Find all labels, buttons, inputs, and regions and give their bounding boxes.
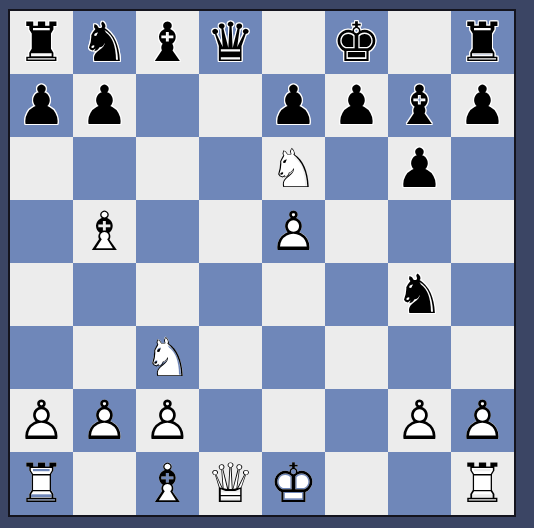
square-c1[interactable]: ♝♗ bbox=[136, 452, 199, 515]
square-e1[interactable]: ♚♔ bbox=[262, 452, 325, 515]
white-bishop[interactable]: ♝♗ bbox=[136, 452, 199, 515]
square-g5[interactable] bbox=[388, 200, 451, 263]
white-rook[interactable]: ♜♖ bbox=[451, 452, 514, 515]
black-rook[interactable]: ♜ bbox=[10, 11, 73, 74]
square-d2[interactable] bbox=[199, 389, 262, 452]
square-d3[interactable] bbox=[199, 326, 262, 389]
square-c5[interactable] bbox=[136, 200, 199, 263]
square-d7[interactable] bbox=[199, 74, 262, 137]
black-pawn[interactable]: ♟ bbox=[388, 137, 451, 200]
square-g8[interactable] bbox=[388, 11, 451, 74]
white-pawn[interactable]: ♟♙ bbox=[10, 389, 73, 452]
piece-outline-layer: ♖ bbox=[451, 452, 514, 515]
square-c3[interactable]: ♞♘ bbox=[136, 326, 199, 389]
square-f1[interactable] bbox=[325, 452, 388, 515]
square-a5[interactable] bbox=[10, 200, 73, 263]
square-e3[interactable] bbox=[262, 326, 325, 389]
square-f7[interactable]: ♟ bbox=[325, 74, 388, 137]
square-c4[interactable] bbox=[136, 263, 199, 326]
white-knight[interactable]: ♞♘ bbox=[262, 137, 325, 200]
square-d8[interactable]: ♛ bbox=[199, 11, 262, 74]
square-e7[interactable]: ♟ bbox=[262, 74, 325, 137]
black-pawn[interactable]: ♟ bbox=[451, 74, 514, 137]
piece-outline-layer: ♙ bbox=[262, 200, 325, 263]
white-pawn[interactable]: ♟♙ bbox=[451, 389, 514, 452]
piece-outline-layer: ♖ bbox=[10, 452, 73, 515]
piece-outline-layer: ♘ bbox=[262, 137, 325, 200]
square-d4[interactable] bbox=[199, 263, 262, 326]
square-e5[interactable]: ♟♙ bbox=[262, 200, 325, 263]
piece-outline-layer: ♘ bbox=[136, 326, 199, 389]
square-f2[interactable] bbox=[325, 389, 388, 452]
piece-outline-layer: ♙ bbox=[136, 389, 199, 452]
square-h6[interactable] bbox=[451, 137, 514, 200]
black-pawn[interactable]: ♟ bbox=[262, 74, 325, 137]
white-king[interactable]: ♚♔ bbox=[262, 452, 325, 515]
square-h1[interactable]: ♜♖ bbox=[451, 452, 514, 515]
square-a8[interactable]: ♜ bbox=[10, 11, 73, 74]
square-h2[interactable]: ♟♙ bbox=[451, 389, 514, 452]
square-c2[interactable]: ♟♙ bbox=[136, 389, 199, 452]
square-a1[interactable]: ♜♖ bbox=[10, 452, 73, 515]
piece-outline-layer: ♙ bbox=[73, 389, 136, 452]
white-queen[interactable]: ♛♕ bbox=[199, 452, 262, 515]
square-c7[interactable] bbox=[136, 74, 199, 137]
square-g6[interactable]: ♟ bbox=[388, 137, 451, 200]
square-a6[interactable] bbox=[10, 137, 73, 200]
square-g4[interactable]: ♞ bbox=[388, 263, 451, 326]
square-b8[interactable]: ♞ bbox=[73, 11, 136, 74]
white-knight[interactable]: ♞♘ bbox=[136, 326, 199, 389]
square-h3[interactable] bbox=[451, 326, 514, 389]
square-e4[interactable] bbox=[262, 263, 325, 326]
white-pawn[interactable]: ♟♙ bbox=[136, 389, 199, 452]
black-rook[interactable]: ♜ bbox=[451, 11, 514, 74]
square-h4[interactable] bbox=[451, 263, 514, 326]
piece-outline-layer: ♙ bbox=[10, 389, 73, 452]
square-f4[interactable] bbox=[325, 263, 388, 326]
piece-outline-layer: ♙ bbox=[451, 389, 514, 452]
chess-board-frame: ♜♞♝♛♚♜♟♟♟♟♝♟♞♘♟♝♗♟♙♞♞♘♟♙♟♙♟♙♟♙♟♙♜♖♝♗♛♕♚♔… bbox=[8, 9, 516, 517]
square-a7[interactable]: ♟ bbox=[10, 74, 73, 137]
square-d6[interactable] bbox=[199, 137, 262, 200]
square-e6[interactable]: ♞♘ bbox=[262, 137, 325, 200]
square-g7[interactable]: ♝ bbox=[388, 74, 451, 137]
square-b2[interactable]: ♟♙ bbox=[73, 389, 136, 452]
square-a3[interactable] bbox=[10, 326, 73, 389]
square-b5[interactable]: ♝♗ bbox=[73, 200, 136, 263]
piece-outline-layer: ♗ bbox=[136, 452, 199, 515]
square-b1[interactable] bbox=[73, 452, 136, 515]
chess-board: ♜♞♝♛♚♜♟♟♟♟♝♟♞♘♟♝♗♟♙♞♞♘♟♙♟♙♟♙♟♙♟♙♜♖♝♗♛♕♚♔… bbox=[10, 11, 514, 515]
piece-outline-layer: ♔ bbox=[262, 452, 325, 515]
square-d1[interactable]: ♛♕ bbox=[199, 452, 262, 515]
square-h5[interactable] bbox=[451, 200, 514, 263]
black-bishop[interactable]: ♝ bbox=[388, 74, 451, 137]
square-c6[interactable] bbox=[136, 137, 199, 200]
square-f8[interactable]: ♚ bbox=[325, 11, 388, 74]
white-bishop[interactable]: ♝♗ bbox=[73, 200, 136, 263]
square-b4[interactable] bbox=[73, 263, 136, 326]
square-h8[interactable]: ♜ bbox=[451, 11, 514, 74]
black-pawn[interactable]: ♟ bbox=[73, 74, 136, 137]
square-g2[interactable]: ♟♙ bbox=[388, 389, 451, 452]
square-f6[interactable] bbox=[325, 137, 388, 200]
white-pawn[interactable]: ♟♙ bbox=[388, 389, 451, 452]
piece-outline-layer: ♙ bbox=[388, 389, 451, 452]
black-king[interactable]: ♚ bbox=[325, 11, 388, 74]
black-queen[interactable]: ♛ bbox=[199, 11, 262, 74]
black-pawn[interactable]: ♟ bbox=[10, 74, 73, 137]
square-a2[interactable]: ♟♙ bbox=[10, 389, 73, 452]
square-g3[interactable] bbox=[388, 326, 451, 389]
square-e2[interactable] bbox=[262, 389, 325, 452]
piece-outline-layer: ♗ bbox=[73, 200, 136, 263]
black-pawn[interactable]: ♟ bbox=[325, 74, 388, 137]
square-e8[interactable] bbox=[262, 11, 325, 74]
square-c8[interactable]: ♝ bbox=[136, 11, 199, 74]
white-rook[interactable]: ♜♖ bbox=[10, 452, 73, 515]
white-pawn[interactable]: ♟♙ bbox=[262, 200, 325, 263]
square-f3[interactable] bbox=[325, 326, 388, 389]
square-b7[interactable]: ♟ bbox=[73, 74, 136, 137]
square-a4[interactable] bbox=[10, 263, 73, 326]
black-knight[interactable]: ♞ bbox=[73, 11, 136, 74]
piece-outline-layer: ♕ bbox=[199, 452, 262, 515]
square-b3[interactable] bbox=[73, 326, 136, 389]
square-d5[interactable] bbox=[199, 200, 262, 263]
square-b6[interactable] bbox=[73, 137, 136, 200]
white-pawn[interactable]: ♟♙ bbox=[73, 389, 136, 452]
square-h7[interactable]: ♟ bbox=[451, 74, 514, 137]
square-g1[interactable] bbox=[388, 452, 451, 515]
black-knight[interactable]: ♞ bbox=[388, 263, 451, 326]
black-bishop[interactable]: ♝ bbox=[136, 11, 199, 74]
square-f5[interactable] bbox=[325, 200, 388, 263]
